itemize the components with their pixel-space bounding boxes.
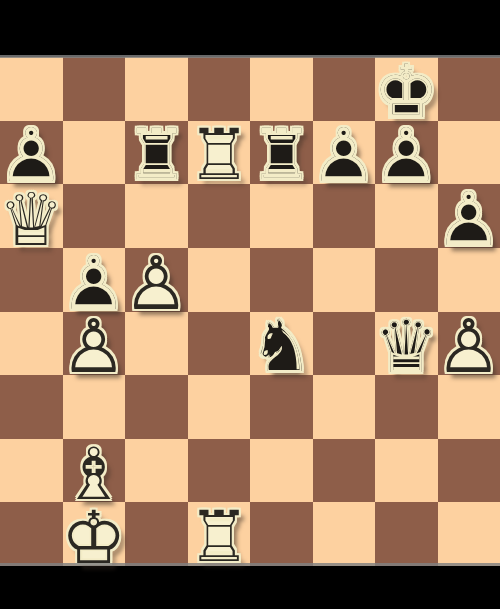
- black-pawn-detail-icon: ♙: [313, 124, 376, 188]
- square-a1[interactable]: [0, 502, 63, 566]
- board-top-edge: [0, 55, 500, 58]
- square-b5[interactable]: ♟♙: [63, 248, 126, 312]
- black-queen-icon: ♛: [375, 315, 438, 379]
- white-queen[interactable]: ♛♕: [0, 184, 63, 248]
- square-g7[interactable]: ♟♙: [375, 121, 438, 185]
- black-pawn-detail-icon: ♙: [375, 124, 438, 188]
- square-f7[interactable]: ♟♙: [313, 121, 376, 185]
- square-h1[interactable]: [438, 502, 500, 566]
- white-king-icon: ♚: [63, 505, 126, 569]
- square-c1[interactable]: [125, 502, 188, 566]
- white-pawn-icon: ♟: [125, 251, 188, 315]
- square-g3[interactable]: [375, 375, 438, 439]
- black-pawn[interactable]: ♟♙: [313, 121, 376, 185]
- square-g6[interactable]: [375, 184, 438, 248]
- square-h7[interactable]: [438, 121, 500, 185]
- square-a7[interactable]: ♟♙: [0, 121, 63, 185]
- square-f8[interactable]: [313, 57, 376, 121]
- white-rook-detail-icon: ♖: [188, 124, 251, 188]
- white-king[interactable]: ♚♔: [63, 502, 126, 566]
- black-pawn[interactable]: ♟♙: [0, 121, 63, 185]
- white-pawn-detail-icon: ♙: [438, 315, 500, 379]
- square-h3[interactable]: [438, 375, 500, 439]
- black-king[interactable]: ♚♔: [375, 57, 438, 121]
- square-b3[interactable]: [63, 375, 126, 439]
- square-h8[interactable]: [438, 57, 500, 121]
- black-knight[interactable]: ♞♘: [250, 312, 313, 376]
- white-pawn[interactable]: ♟♙: [438, 312, 500, 376]
- white-rook[interactable]: ♜♖: [188, 121, 251, 185]
- square-h6[interactable]: ♟♙: [438, 184, 500, 248]
- black-pawn-detail-icon: ♙: [63, 251, 126, 315]
- black-pawn[interactable]: ♟♙: [438, 184, 500, 248]
- square-b4[interactable]: ♟♙: [63, 312, 126, 376]
- square-h2[interactable]: [438, 439, 500, 503]
- white-pawn-detail-icon: ♙: [125, 251, 188, 315]
- square-f3[interactable]: [313, 375, 376, 439]
- square-c5[interactable]: ♟♙: [125, 248, 188, 312]
- square-b7[interactable]: [63, 121, 126, 185]
- square-c8[interactable]: [125, 57, 188, 121]
- square-e3[interactable]: [250, 375, 313, 439]
- square-e6[interactable]: [250, 184, 313, 248]
- square-a5[interactable]: [0, 248, 63, 312]
- white-pawn-icon: ♟: [63, 315, 126, 379]
- black-pawn-icon: ♟: [438, 187, 500, 251]
- square-a8[interactable]: [0, 57, 63, 121]
- black-pawn[interactable]: ♟♙: [375, 121, 438, 185]
- black-knight-detail-icon: ♘: [250, 315, 313, 379]
- square-e2[interactable]: [250, 439, 313, 503]
- black-rook-detail-icon: ♖: [125, 124, 188, 188]
- square-d4[interactable]: [188, 312, 251, 376]
- square-c3[interactable]: [125, 375, 188, 439]
- black-rook[interactable]: ♜♖: [125, 121, 188, 185]
- white-pawn[interactable]: ♟♙: [63, 312, 126, 376]
- black-rook[interactable]: ♜♖: [250, 121, 313, 185]
- square-b1[interactable]: ♚♔: [63, 502, 126, 566]
- black-king-icon: ♚: [375, 60, 438, 124]
- square-b8[interactable]: [63, 57, 126, 121]
- square-d1[interactable]: ♜♖: [188, 502, 251, 566]
- white-queen-detail-icon: ♕: [0, 187, 63, 251]
- square-c4[interactable]: [125, 312, 188, 376]
- black-pawn-detail-icon: ♙: [438, 187, 500, 251]
- square-a2[interactable]: [0, 439, 63, 503]
- square-e7[interactable]: ♜♖: [250, 121, 313, 185]
- black-rook-icon: ♜: [250, 124, 313, 188]
- black-king-detail-icon: ♔: [375, 60, 438, 124]
- square-g4[interactable]: ♛♕: [375, 312, 438, 376]
- white-rook-detail-icon: ♖: [188, 505, 251, 569]
- white-rook-icon: ♜: [188, 124, 251, 188]
- square-c6[interactable]: [125, 184, 188, 248]
- square-f2[interactable]: [313, 439, 376, 503]
- black-rook-icon: ♜: [125, 124, 188, 188]
- white-pawn-detail-icon: ♙: [63, 315, 126, 379]
- white-pawn-icon: ♟: [438, 315, 500, 379]
- black-pawn[interactable]: ♟♙: [63, 248, 126, 312]
- square-c7[interactable]: ♜♖: [125, 121, 188, 185]
- black-pawn-icon: ♟: [63, 251, 126, 315]
- square-d6[interactable]: [188, 184, 251, 248]
- square-f5[interactable]: [313, 248, 376, 312]
- white-rook[interactable]: ♜♖: [188, 502, 251, 566]
- square-a6[interactable]: ♛♕: [0, 184, 63, 248]
- white-bishop[interactable]: ♝♗: [63, 439, 126, 503]
- square-d2[interactable]: [188, 439, 251, 503]
- square-d3[interactable]: [188, 375, 251, 439]
- square-f1[interactable]: [313, 502, 376, 566]
- square-e1[interactable]: [250, 502, 313, 566]
- black-queen[interactable]: ♛♕: [375, 312, 438, 376]
- square-e5[interactable]: [250, 248, 313, 312]
- square-e4[interactable]: ♞♘: [250, 312, 313, 376]
- black-pawn-icon: ♟: [313, 124, 376, 188]
- black-queen-detail-icon: ♕: [375, 315, 438, 379]
- square-f6[interactable]: [313, 184, 376, 248]
- square-d7[interactable]: ♜♖: [188, 121, 251, 185]
- chess-board: ♚♔♟♙♜♖♜♖♜♖♟♙♟♙♛♕♟♙♟♙♟♙♟♙♞♘♛♕♟♙♝♗♚♔♜♖: [0, 57, 500, 566]
- board-bottom-edge: [0, 563, 500, 566]
- white-pawn[interactable]: ♟♙: [125, 248, 188, 312]
- square-g1[interactable]: [375, 502, 438, 566]
- square-h4[interactable]: ♟♙: [438, 312, 500, 376]
- black-rook-detail-icon: ♖: [250, 124, 313, 188]
- white-bishop-icon: ♝: [63, 442, 126, 506]
- square-d5[interactable]: [188, 248, 251, 312]
- black-knight-icon: ♞: [250, 315, 313, 379]
- black-pawn-icon: ♟: [0, 124, 63, 188]
- square-h5[interactable]: [438, 248, 500, 312]
- square-b2[interactable]: ♝♗: [63, 439, 126, 503]
- square-e8[interactable]: [250, 57, 313, 121]
- square-a3[interactable]: [0, 375, 63, 439]
- square-g8[interactable]: ♚♔: [375, 57, 438, 121]
- square-b6[interactable]: [63, 184, 126, 248]
- white-bishop-detail-icon: ♗: [63, 442, 126, 506]
- white-rook-icon: ♜: [188, 505, 251, 569]
- white-queen-icon: ♛: [0, 187, 63, 251]
- black-pawn-icon: ♟: [375, 124, 438, 188]
- square-g2[interactable]: [375, 439, 438, 503]
- square-c2[interactable]: [125, 439, 188, 503]
- square-d8[interactable]: [188, 57, 251, 121]
- white-king-detail-icon: ♔: [63, 505, 126, 569]
- chess-app-screen: ♚♔♟♙♜♖♜♖♜♖♟♙♟♙♛♕♟♙♟♙♟♙♟♙♞♘♛♕♟♙♝♗♚♔♜♖: [0, 0, 500, 609]
- black-pawn-detail-icon: ♙: [0, 124, 63, 188]
- square-g5[interactable]: [375, 248, 438, 312]
- square-a4[interactable]: [0, 312, 63, 376]
- square-f4[interactable]: [313, 312, 376, 376]
